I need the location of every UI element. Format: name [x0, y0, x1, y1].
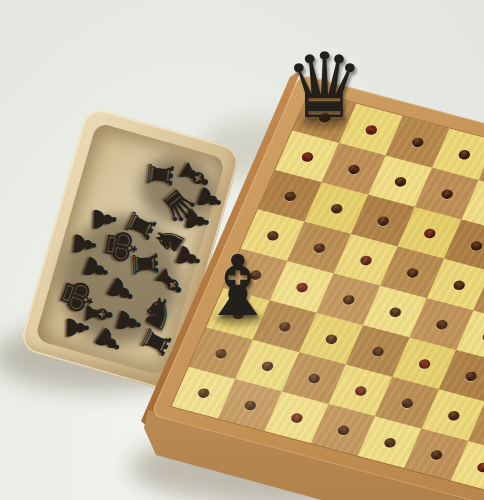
- peg-hole: [382, 436, 397, 448]
- peg-hole: [312, 242, 327, 254]
- peg-hole: [295, 281, 310, 293]
- peg-hole: [434, 318, 449, 330]
- peg-hole: [388, 306, 403, 318]
- scene: ♝♜♟♛♟♟♜♞♟♚♟♜♝♟♞♟♚♝♟♜♟♟ ♛♝: [0, 0, 484, 500]
- peg-hole: [463, 370, 478, 382]
- peg-hole: [353, 385, 368, 397]
- peg-hole: [370, 345, 385, 357]
- peg-hole: [243, 399, 258, 411]
- peg-hole: [307, 372, 322, 384]
- peg-hole: [346, 163, 361, 175]
- peg-hole: [410, 136, 425, 148]
- peg-hole: [196, 387, 211, 399]
- peg-hole: [393, 175, 408, 187]
- peg-hole: [260, 360, 275, 372]
- peg-hole: [358, 254, 373, 266]
- black-queen-piece[interactable]: ♛: [280, 41, 368, 131]
- peg-hole: [336, 424, 351, 436]
- peg-hole: [341, 293, 356, 305]
- peg-hole: [400, 397, 415, 409]
- peg-hole: [289, 411, 304, 423]
- peg-hole: [213, 347, 228, 359]
- peg-hole: [429, 449, 444, 461]
- peg-hole: [417, 358, 432, 370]
- peg-hole: [300, 151, 315, 163]
- peg-hole: [324, 333, 339, 345]
- peg-hole: [422, 227, 437, 239]
- pile-piece-20[interactable]: ♟: [62, 314, 92, 341]
- peg-hole: [405, 266, 420, 278]
- peg-hole: [451, 279, 466, 291]
- black-bishop-piece[interactable]: ♝: [194, 244, 282, 328]
- peg-hole: [446, 409, 461, 421]
- peg-hole: [283, 190, 298, 202]
- peg-hole: [475, 461, 484, 473]
- peg-hole: [329, 202, 344, 214]
- peg-hole: [439, 188, 454, 200]
- peg-hole: [469, 239, 484, 251]
- peg-hole: [376, 215, 391, 227]
- peg-hole: [457, 148, 472, 160]
